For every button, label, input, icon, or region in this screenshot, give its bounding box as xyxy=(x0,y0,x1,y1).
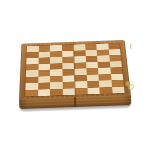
board-square xyxy=(112,86,125,93)
board-square xyxy=(75,88,88,95)
board-square xyxy=(87,87,100,94)
board-surface xyxy=(19,40,131,100)
chess-board-photo xyxy=(0,0,150,150)
hinge-pin xyxy=(130,43,132,49)
latch-ring-icon xyxy=(128,83,135,90)
board-square xyxy=(25,89,38,96)
brass-latch xyxy=(125,80,135,91)
board-square xyxy=(99,87,112,94)
board-square xyxy=(50,89,62,96)
board-square xyxy=(38,89,50,96)
board-square xyxy=(62,88,75,95)
chess-board xyxy=(15,0,131,112)
